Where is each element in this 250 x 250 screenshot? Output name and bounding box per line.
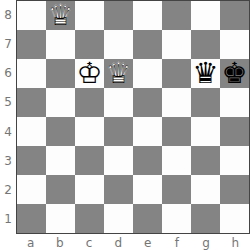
square-f7[interactable]: [162, 30, 191, 59]
rank-label-4: 4: [0, 117, 16, 146]
square-h3[interactable]: [220, 146, 249, 175]
square-f3[interactable]: [162, 146, 191, 175]
square-a8[interactable]: [17, 1, 46, 30]
square-a1[interactable]: [17, 204, 46, 233]
file-label-e: e: [133, 234, 162, 250]
white-queen-icon: ♕: [46, 1, 75, 30]
square-b8[interactable]: ♛♕: [46, 1, 75, 30]
square-d4[interactable]: [104, 117, 133, 146]
square-e5[interactable]: [133, 88, 162, 117]
square-c3[interactable]: [75, 146, 104, 175]
square-g3[interactable]: [191, 146, 220, 175]
square-a4[interactable]: [17, 117, 46, 146]
white-queen[interactable]: ♛♕: [46, 1, 75, 30]
white-queen[interactable]: ♛♕: [104, 59, 133, 88]
rank-label-2: 2: [0, 176, 16, 205]
square-c4[interactable]: [75, 117, 104, 146]
square-d6[interactable]: ♛♕: [104, 59, 133, 88]
file-labels: abcdefgh: [16, 234, 250, 250]
square-g5[interactable]: [191, 88, 220, 117]
square-h6[interactable]: ♚: [220, 59, 249, 88]
file-label-a: a: [16, 234, 45, 250]
square-d5[interactable]: [104, 88, 133, 117]
rank-labels: 87654321: [0, 0, 16, 234]
square-b2[interactable]: [46, 175, 75, 204]
square-d8[interactable]: [104, 1, 133, 30]
rank-label-7: 7: [0, 29, 16, 58]
square-g4[interactable]: [191, 117, 220, 146]
square-d2[interactable]: [104, 175, 133, 204]
square-g8[interactable]: [191, 1, 220, 30]
black-king-icon: ♚: [220, 59, 249, 88]
square-b7[interactable]: [46, 30, 75, 59]
square-b6[interactable]: [46, 59, 75, 88]
square-a2[interactable]: [17, 175, 46, 204]
square-f5[interactable]: [162, 88, 191, 117]
square-f8[interactable]: [162, 1, 191, 30]
square-h4[interactable]: [220, 117, 249, 146]
square-e7[interactable]: [133, 30, 162, 59]
corner-spacer: [0, 234, 16, 250]
square-c8[interactable]: [75, 1, 104, 30]
square-h7[interactable]: [220, 30, 249, 59]
square-d1[interactable]: [104, 204, 133, 233]
rank-label-1: 1: [0, 205, 16, 234]
square-d7[interactable]: [104, 30, 133, 59]
file-label-b: b: [45, 234, 74, 250]
square-g2[interactable]: [191, 175, 220, 204]
square-d3[interactable]: [104, 146, 133, 175]
square-a6[interactable]: [17, 59, 46, 88]
square-h1[interactable]: [220, 204, 249, 233]
rank-label-5: 5: [0, 88, 16, 117]
square-e6[interactable]: [133, 59, 162, 88]
square-g7[interactable]: [191, 30, 220, 59]
square-e8[interactable]: [133, 1, 162, 30]
black-queen-icon: ♛: [191, 59, 220, 88]
square-c5[interactable]: [75, 88, 104, 117]
file-label-d: d: [104, 234, 133, 250]
square-c6[interactable]: ♚♔: [75, 59, 104, 88]
file-label-c: c: [75, 234, 104, 250]
square-c2[interactable]: [75, 175, 104, 204]
file-label-h: h: [221, 234, 250, 250]
square-a5[interactable]: [17, 88, 46, 117]
chess-diagram: 87654321 ♛♕♚♔♛♕♛♚ abcdefgh: [0, 0, 250, 250]
square-f2[interactable]: [162, 175, 191, 204]
file-label-g: g: [192, 234, 221, 250]
square-g1[interactable]: [191, 204, 220, 233]
square-c1[interactable]: [75, 204, 104, 233]
white-king[interactable]: ♚♔: [75, 59, 104, 88]
rank-label-8: 8: [0, 0, 16, 29]
square-e3[interactable]: [133, 146, 162, 175]
square-b5[interactable]: [46, 88, 75, 117]
white-king-icon: ♔: [75, 59, 104, 88]
square-b4[interactable]: [46, 117, 75, 146]
square-f4[interactable]: [162, 117, 191, 146]
square-g6[interactable]: ♛: [191, 59, 220, 88]
square-f6[interactable]: [162, 59, 191, 88]
square-e2[interactable]: [133, 175, 162, 204]
black-king[interactable]: ♚: [220, 59, 249, 88]
square-e1[interactable]: [133, 204, 162, 233]
file-label-f: f: [162, 234, 191, 250]
square-h2[interactable]: [220, 175, 249, 204]
rank-label-6: 6: [0, 59, 16, 88]
white-queen-icon: ♕: [104, 59, 133, 88]
square-a3[interactable]: [17, 146, 46, 175]
rank-label-3: 3: [0, 146, 16, 175]
square-e4[interactable]: [133, 117, 162, 146]
black-queen[interactable]: ♛: [191, 59, 220, 88]
square-h5[interactable]: [220, 88, 249, 117]
square-c7[interactable]: [75, 30, 104, 59]
square-f1[interactable]: [162, 204, 191, 233]
square-b1[interactable]: [46, 204, 75, 233]
square-h8[interactable]: [220, 1, 249, 30]
square-a7[interactable]: [17, 30, 46, 59]
square-b3[interactable]: [46, 146, 75, 175]
chess-board: ♛♕♚♔♛♕♛♚: [16, 0, 250, 234]
